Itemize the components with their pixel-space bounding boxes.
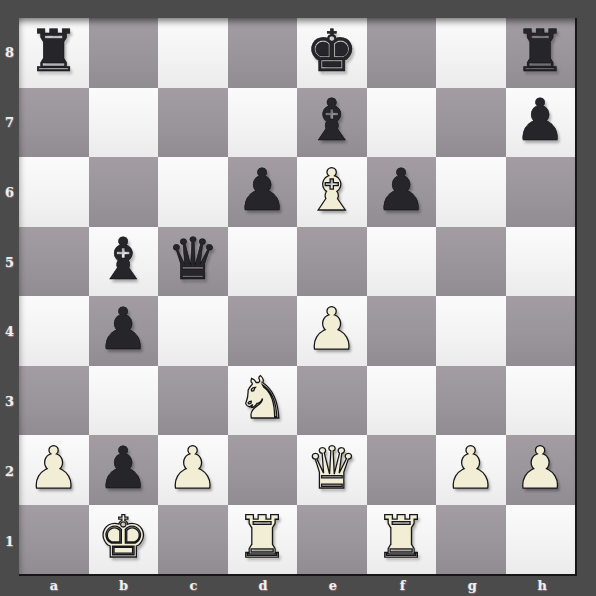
square-a6[interactable]	[19, 157, 89, 227]
chess-board-frame: 87654321 ♜♚♜♝♟♟♝♟♝♛♟♟♞♟♟♟♛♟♟♚♜♜ abcdefgh	[0, 0, 596, 596]
square-b6[interactable]	[89, 157, 159, 227]
square-c1[interactable]	[158, 505, 228, 575]
black-king-e8[interactable]: ♚	[306, 22, 358, 80]
square-f8[interactable]	[367, 18, 437, 88]
square-f1[interactable]: ♜	[367, 505, 437, 575]
file-label-f: f	[368, 577, 438, 596]
square-g6[interactable]	[436, 157, 506, 227]
square-e6[interactable]: ♝	[297, 157, 367, 227]
square-g1[interactable]	[436, 505, 506, 575]
square-h8[interactable]: ♜	[506, 18, 576, 88]
square-b3[interactable]	[89, 366, 159, 436]
white-bishop-e6[interactable]: ♝	[306, 161, 358, 219]
square-g2[interactable]: ♟	[436, 435, 506, 505]
square-e7[interactable]: ♝	[297, 88, 367, 158]
square-c6[interactable]	[158, 157, 228, 227]
square-e2[interactable]: ♛	[297, 435, 367, 505]
rank-label-6: 6	[0, 158, 19, 228]
rank-label-7: 7	[0, 88, 19, 158]
square-d6[interactable]: ♟	[228, 157, 298, 227]
white-rook-d1[interactable]: ♜	[236, 508, 288, 566]
square-e8[interactable]: ♚	[297, 18, 367, 88]
file-label-h: h	[507, 577, 577, 596]
square-a7[interactable]	[19, 88, 89, 158]
black-rook-h8[interactable]: ♜	[514, 22, 566, 80]
square-d4[interactable]	[228, 296, 298, 366]
white-pawn-h2[interactable]: ♟	[514, 439, 566, 497]
square-c5[interactable]: ♛	[158, 227, 228, 297]
square-c7[interactable]	[158, 88, 228, 158]
square-b5[interactable]: ♝	[89, 227, 159, 297]
square-e3[interactable]	[297, 366, 367, 436]
square-a2[interactable]: ♟	[19, 435, 89, 505]
square-b1[interactable]: ♚	[89, 505, 159, 575]
file-label-g: g	[438, 577, 508, 596]
white-king-b1[interactable]: ♚	[97, 508, 149, 566]
rank-label-5: 5	[0, 227, 19, 297]
square-g3[interactable]	[436, 366, 506, 436]
black-bishop-b5[interactable]: ♝	[97, 230, 149, 288]
rank-label-3: 3	[0, 367, 19, 437]
square-d5[interactable]	[228, 227, 298, 297]
file-label-b: b	[89, 577, 159, 596]
file-label-a: a	[19, 577, 89, 596]
square-h6[interactable]	[506, 157, 576, 227]
rank-labels: 87654321	[0, 18, 19, 576]
square-b7[interactable]	[89, 88, 159, 158]
square-c3[interactable]	[158, 366, 228, 436]
square-a3[interactable]	[19, 366, 89, 436]
square-c4[interactable]	[158, 296, 228, 366]
square-h3[interactable]	[506, 366, 576, 436]
square-h2[interactable]: ♟	[506, 435, 576, 505]
square-d1[interactable]: ♜	[228, 505, 298, 575]
black-pawn-b4[interactable]: ♟	[97, 300, 149, 358]
square-e5[interactable]	[297, 227, 367, 297]
square-g8[interactable]	[436, 18, 506, 88]
square-a1[interactable]	[19, 505, 89, 575]
square-h5[interactable]	[506, 227, 576, 297]
square-g7[interactable]	[436, 88, 506, 158]
square-f5[interactable]	[367, 227, 437, 297]
square-c2[interactable]: ♟	[158, 435, 228, 505]
square-e4[interactable]: ♟	[297, 296, 367, 366]
rank-label-4: 4	[0, 297, 19, 367]
square-a5[interactable]	[19, 227, 89, 297]
square-h4[interactable]	[506, 296, 576, 366]
white-pawn-c2[interactable]: ♟	[167, 439, 219, 497]
white-queen-e2[interactable]: ♛	[306, 439, 358, 497]
rank-label-2: 2	[0, 437, 19, 507]
black-pawn-d6[interactable]: ♟	[236, 161, 288, 219]
rank-label-1: 1	[0, 506, 19, 576]
black-pawn-f6[interactable]: ♟	[375, 161, 427, 219]
square-f6[interactable]: ♟	[367, 157, 437, 227]
black-pawn-b2[interactable]: ♟	[97, 439, 149, 497]
rank-label-8: 8	[0, 18, 19, 88]
black-pawn-h7[interactable]: ♟	[514, 91, 566, 149]
white-pawn-e4[interactable]: ♟	[306, 300, 358, 358]
square-a4[interactable]	[19, 296, 89, 366]
white-pawn-g2[interactable]: ♟	[445, 439, 497, 497]
square-f3[interactable]	[367, 366, 437, 436]
square-d3[interactable]: ♞	[228, 366, 298, 436]
white-pawn-a2[interactable]: ♟	[28, 439, 80, 497]
square-b2[interactable]: ♟	[89, 435, 159, 505]
square-b4[interactable]: ♟	[89, 296, 159, 366]
square-f2[interactable]	[367, 435, 437, 505]
square-d8[interactable]	[228, 18, 298, 88]
square-h7[interactable]: ♟	[506, 88, 576, 158]
square-a8[interactable]: ♜	[19, 18, 89, 88]
white-knight-d3[interactable]: ♞	[236, 369, 288, 427]
black-rook-a8[interactable]: ♜	[28, 22, 80, 80]
square-h1[interactable]	[506, 505, 576, 575]
square-d7[interactable]	[228, 88, 298, 158]
chess-board: ♜♚♜♝♟♟♝♟♝♛♟♟♞♟♟♟♛♟♟♚♜♜	[19, 18, 577, 576]
square-c8[interactable]	[158, 18, 228, 88]
file-label-e: e	[298, 577, 368, 596]
square-b8[interactable]	[89, 18, 159, 88]
black-bishop-e7[interactable]: ♝	[306, 91, 358, 149]
square-f4[interactable]	[367, 296, 437, 366]
square-e1[interactable]	[297, 505, 367, 575]
file-labels: abcdefgh	[19, 577, 577, 596]
square-g5[interactable]	[436, 227, 506, 297]
square-f7[interactable]	[367, 88, 437, 158]
file-label-c: c	[159, 577, 229, 596]
black-queen-c5[interactable]: ♛	[167, 230, 219, 288]
square-d2[interactable]	[228, 435, 298, 505]
square-g4[interactable]	[436, 296, 506, 366]
white-rook-f1[interactable]: ♜	[375, 508, 427, 566]
file-label-d: d	[228, 577, 298, 596]
